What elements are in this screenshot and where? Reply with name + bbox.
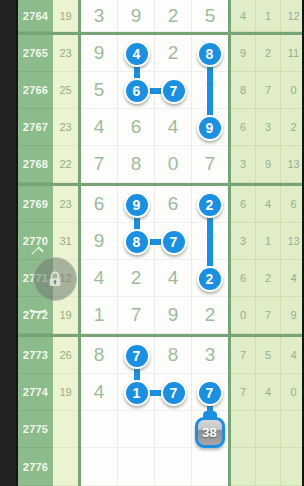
stat-cell: 2 — [256, 260, 281, 297]
stat-cell: 7 — [231, 374, 256, 411]
digit-cell[interactable]: 6 — [155, 186, 192, 223]
digit-cell[interactable]: 5 — [192, 0, 228, 32]
digit-cell[interactable]: 3 — [192, 337, 228, 374]
sum-cell: 25 — [53, 72, 78, 109]
lock-fab[interactable] — [33, 257, 77, 301]
selected-number-circle[interactable]: 9 — [197, 115, 223, 141]
digit-cell[interactable] — [81, 411, 118, 448]
stat-cell: 0 — [231, 297, 256, 334]
stat-cell: 4 — [281, 260, 304, 297]
stat-cell: 4 — [256, 186, 281, 223]
stat-cell: 13 — [281, 146, 304, 183]
trend-row-2775: 2775 — [18, 411, 304, 448]
stat-cell: 7 — [256, 72, 281, 109]
stat-cell: 3 — [256, 109, 281, 146]
stat-cell: 7 — [231, 337, 256, 374]
digit-cell[interactable]: 4 — [81, 260, 118, 297]
stat-cell: 6 — [231, 109, 256, 146]
digit-cell[interactable]: 9 — [155, 297, 192, 334]
digit-cell[interactable]: 8 — [118, 146, 155, 183]
digit-cell[interactable]: 7 — [81, 146, 118, 183]
sum-cell: 26 — [53, 337, 78, 374]
selected-number-circle[interactable]: 6 — [124, 78, 150, 104]
digit-cell[interactable]: 7 — [192, 146, 228, 183]
lottery-trend-screen: 2764193925411227652394289211276625567787… — [16, 0, 304, 486]
digit-cell[interactable]: 2 — [155, 0, 192, 32]
stat-cell: 6 — [231, 260, 256, 297]
selected-number-circle[interactable]: 1 — [124, 380, 150, 406]
issue-label: 2773 — [18, 337, 53, 374]
issue-label: 2772 — [18, 297, 53, 334]
digit-cell[interactable]: 7 — [192, 72, 228, 109]
digit-cell[interactable]: 4 — [155, 260, 192, 297]
stat-cell: 7 — [256, 297, 281, 334]
sum-cell: 23 — [53, 109, 78, 146]
digit-cell[interactable]: 2 — [118, 260, 155, 297]
stat-cell: 1 — [256, 0, 281, 32]
issue-label: 2770 — [18, 223, 53, 260]
issue-label: 2776 — [18, 448, 53, 486]
selected-number-circle[interactable]: 7 — [161, 78, 187, 104]
selected-number-circle[interactable]: 9 — [124, 192, 150, 218]
selected-number-circle[interactable]: 7 — [197, 380, 223, 406]
issue-label: 2765 — [18, 35, 53, 72]
sum-cell: 19 — [53, 297, 78, 334]
digit-cell[interactable]: 9 — [81, 35, 118, 72]
stat-cell: 9 — [256, 146, 281, 183]
issue-label: 2774 — [18, 374, 53, 411]
stat-cell: 6 — [281, 186, 304, 223]
stat-cell: 3 — [231, 223, 256, 260]
digit-cell[interactable] — [155, 448, 192, 486]
digit-cell[interactable]: 6 — [81, 186, 118, 223]
trend-row-2769: 2769236962646 — [18, 183, 304, 223]
stat-cell — [256, 448, 281, 486]
digit-cell[interactable]: 2 — [192, 297, 228, 334]
sum-cell — [53, 411, 78, 448]
selected-number-circle[interactable]: 8 — [197, 41, 223, 67]
stat-cell — [231, 411, 256, 448]
sum-cell: 19 — [53, 374, 78, 411]
sum-cell: 31 — [53, 223, 78, 260]
trend-row-2765: 27652394289211 — [18, 32, 304, 72]
stat-cell: 2 — [281, 109, 304, 146]
selected-number-circle[interactable]: 7 — [161, 380, 187, 406]
digit-cell[interactable] — [118, 411, 155, 448]
issue-label: 2769 — [18, 186, 53, 223]
stat-cell: 2 — [256, 35, 281, 72]
stat-cell: 11 — [281, 35, 304, 72]
digit-cell[interactable]: 7 — [192, 223, 228, 260]
stat-cell: 0 — [281, 72, 304, 109]
selected-number-circle[interactable]: 4 — [124, 41, 150, 67]
stat-cell: 9 — [231, 35, 256, 72]
prediction-badge[interactable]: 38 — [195, 417, 225, 448]
digit-cell[interactable]: 6 — [118, 109, 155, 146]
stat-cell — [256, 411, 281, 448]
issue-label: 2764 — [18, 0, 53, 32]
digit-cell[interactable]: 9 — [81, 223, 118, 260]
selected-number-circle[interactable]: 7 — [161, 229, 187, 255]
selected-number-circle[interactable]: 7 — [124, 343, 150, 369]
stat-cell: 5 — [256, 337, 281, 374]
digit-cell[interactable] — [118, 448, 155, 486]
stat-cell — [281, 411, 304, 448]
trend-row-2773: 2773268783754 — [18, 334, 304, 374]
trend-row-2764: 27641939254112 — [18, 0, 304, 32]
digit-cell[interactable]: 4 — [81, 374, 118, 411]
stat-cell: 1 — [256, 223, 281, 260]
digit-cell[interactable]: 0 — [155, 146, 192, 183]
stat-cell — [281, 448, 304, 486]
sum-cell: 23 — [53, 35, 78, 72]
stat-cell: 0 — [281, 374, 304, 411]
digit-cell[interactable]: 8 — [81, 337, 118, 374]
sum-cell — [53, 448, 78, 486]
issue-label: 2766 — [18, 72, 53, 109]
digit-cell[interactable]: 4 — [81, 109, 118, 146]
stat-cell: 3 — [231, 146, 256, 183]
stat-cell — [231, 448, 256, 486]
digit-cell[interactable]: 8 — [155, 337, 192, 374]
selected-number-circle[interactable]: 2 — [197, 192, 223, 218]
padlock-icon — [45, 269, 65, 289]
sum-cell: 23 — [53, 186, 78, 223]
stat-cell: 4 — [256, 374, 281, 411]
digit-cell[interactable]: 7 — [118, 297, 155, 334]
stat-cell: 6 — [231, 186, 256, 223]
digit-cell[interactable]: 4 — [155, 109, 192, 146]
stat-cell: 9 — [281, 297, 304, 334]
issue-label: 2768 — [18, 146, 53, 183]
digit-cell[interactable] — [155, 411, 192, 448]
stat-cell: 13 — [281, 223, 304, 260]
trend-row-2767: 2767234649632 — [18, 109, 304, 146]
stat-cell: 4 — [231, 0, 256, 32]
digit-cell[interactable]: 9 — [118, 0, 155, 32]
digit-cell[interactable] — [192, 448, 228, 486]
trend-row-2772: 2772191792079 — [18, 297, 304, 334]
digit-cell[interactable]: 2 — [155, 35, 192, 72]
issue-label: 2767 — [18, 109, 53, 146]
selected-number-circle[interactable]: 2 — [197, 266, 223, 292]
stat-cell: 12 — [281, 0, 304, 32]
trend-row-2776: 2776 — [18, 448, 304, 486]
sum-cell: 22 — [53, 146, 78, 183]
trend-row-2768: 27682278073913 — [18, 146, 304, 183]
issue-label: 2775 — [18, 411, 53, 448]
digit-cell[interactable]: 3 — [81, 0, 118, 32]
digit-cell[interactable]: 1 — [81, 297, 118, 334]
digit-cell[interactable]: 5 — [81, 72, 118, 109]
stat-cell: 4 — [281, 337, 304, 374]
selected-number-circle[interactable]: 8 — [124, 229, 150, 255]
sum-cell: 19 — [53, 0, 78, 32]
stat-cell: 8 — [231, 72, 256, 109]
digit-cell[interactable] — [81, 448, 118, 486]
